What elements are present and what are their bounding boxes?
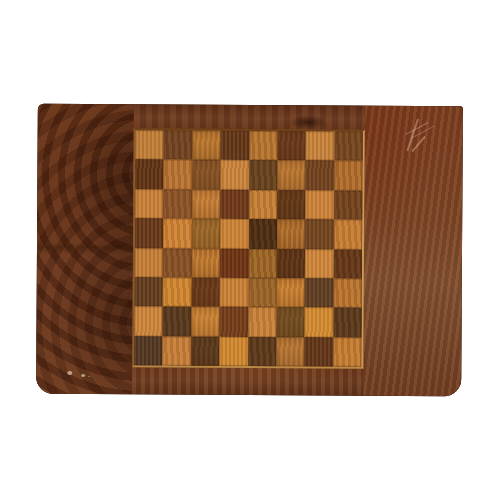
square-f5	[277, 219, 306, 249]
square-c3	[191, 278, 220, 308]
chessboard-inlay-border	[132, 128, 364, 368]
square-e5	[249, 219, 278, 249]
square-h2	[333, 308, 362, 338]
square-c5	[192, 219, 221, 249]
square-g5	[305, 219, 334, 249]
square-b4	[163, 248, 192, 278]
chess-board	[134, 130, 362, 366]
square-c2	[191, 307, 220, 337]
square-a7	[135, 160, 164, 190]
square-b7	[164, 160, 193, 190]
square-f8	[277, 131, 306, 161]
square-a2	[134, 307, 163, 337]
square-e7	[249, 160, 278, 190]
square-a1	[134, 336, 163, 366]
square-e2	[248, 307, 277, 337]
table-veneer-left	[36, 104, 134, 395]
square-d3	[220, 278, 249, 308]
square-f2	[276, 307, 305, 337]
square-e3	[248, 278, 277, 308]
square-h4	[333, 249, 362, 279]
table-top	[36, 104, 463, 397]
wear-mark	[67, 371, 72, 375]
square-g6	[305, 190, 334, 220]
square-h7	[334, 161, 363, 191]
square-g7	[306, 161, 335, 191]
square-h6	[334, 190, 363, 220]
square-e4	[248, 248, 277, 278]
square-b6	[164, 189, 193, 219]
square-d8	[221, 131, 250, 161]
square-h3	[333, 278, 362, 308]
square-d4	[220, 248, 249, 278]
table-veneer-top	[134, 104, 365, 129]
square-f6	[277, 190, 306, 220]
square-d5	[220, 219, 249, 249]
square-g4	[305, 249, 334, 279]
square-f4	[277, 249, 306, 279]
square-e8	[249, 131, 278, 161]
square-c6	[192, 189, 221, 219]
square-d7	[220, 160, 249, 190]
square-f1	[276, 337, 305, 367]
square-e1	[248, 337, 277, 367]
square-g3	[305, 278, 334, 308]
square-a3	[135, 277, 164, 307]
square-g2	[305, 308, 334, 338]
square-g8	[306, 131, 335, 161]
square-f3	[277, 278, 306, 308]
square-b2	[163, 307, 192, 337]
square-g1	[305, 337, 334, 367]
square-b8	[164, 130, 193, 160]
square-d6	[220, 190, 249, 220]
square-b3	[163, 277, 192, 307]
square-a8	[136, 130, 165, 160]
square-a6	[135, 189, 164, 219]
square-d2	[220, 307, 249, 337]
square-b5	[163, 219, 192, 249]
square-c7	[192, 160, 221, 190]
wear-mark	[81, 374, 85, 377]
square-h5	[334, 220, 363, 250]
square-c1	[191, 336, 220, 366]
square-h8	[334, 132, 363, 162]
product-photo	[0, 0, 500, 500]
square-h1	[333, 337, 362, 367]
square-f7	[277, 161, 306, 191]
square-e6	[249, 190, 278, 220]
square-a5	[135, 218, 164, 248]
square-c8	[192, 131, 221, 161]
square-a4	[135, 248, 164, 278]
square-d1	[219, 336, 248, 366]
square-c4	[192, 248, 221, 278]
square-b1	[163, 336, 192, 366]
